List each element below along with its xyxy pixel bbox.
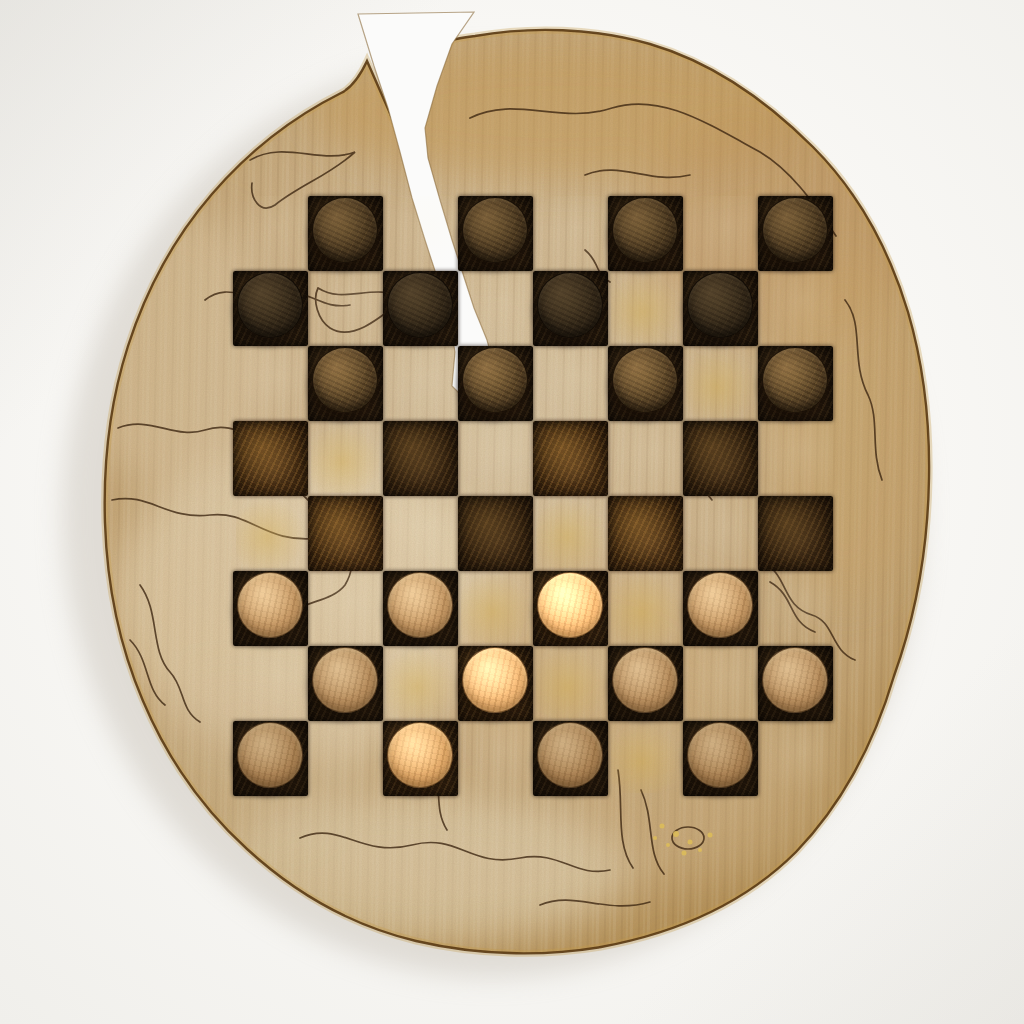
light-checker-piece[interactable]: ⛀ — [237, 572, 303, 638]
dark-checker-piece[interactable]: ⛂ — [762, 347, 828, 413]
square-r6c1[interactable]: ⛀ — [233, 571, 308, 646]
square-r3c4[interactable]: ⛂ — [458, 346, 533, 421]
light-checker-piece[interactable]: ⛀ — [237, 722, 303, 788]
square-r5c3 — [383, 496, 458, 571]
dark-checker-piece[interactable]: ⛂ — [612, 197, 678, 263]
square-r2c1[interactable]: ⛂ — [233, 271, 308, 346]
square-r1c3 — [383, 196, 458, 271]
square-r8c1[interactable]: ⛀ — [233, 721, 308, 796]
light-checker-piece[interactable]: ⛀ — [387, 722, 453, 788]
square-r4c2 — [308, 421, 383, 496]
square-r4c7[interactable] — [683, 421, 758, 496]
light-checker-piece[interactable]: ⛀ — [537, 572, 603, 638]
square-r5c7 — [683, 496, 758, 571]
square-r3c3 — [383, 346, 458, 421]
dark-checker-piece[interactable]: ⛂ — [312, 197, 378, 263]
light-checker-piece[interactable]: ⛀ — [462, 647, 528, 713]
dark-checker-piece[interactable]: ⛂ — [687, 272, 753, 338]
square-r5c4[interactable] — [458, 496, 533, 571]
square-r1c8[interactable]: ⛂ — [758, 196, 833, 271]
square-r5c6[interactable] — [608, 496, 683, 571]
square-r4c6 — [608, 421, 683, 496]
square-r4c8 — [758, 421, 833, 496]
square-r7c8[interactable]: ⛀ — [758, 646, 833, 721]
square-r4c1[interactable] — [233, 421, 308, 496]
square-r1c2[interactable]: ⛂ — [308, 196, 383, 271]
square-r5c5 — [533, 496, 608, 571]
square-r5c1 — [233, 496, 308, 571]
square-r2c3[interactable]: ⛂ — [383, 271, 458, 346]
square-r2c2 — [308, 271, 383, 346]
square-r7c3 — [383, 646, 458, 721]
dark-checker-piece[interactable]: ⛂ — [762, 197, 828, 263]
light-checker-piece[interactable]: ⛀ — [687, 572, 753, 638]
square-r7c1 — [233, 646, 308, 721]
dark-checker-piece[interactable]: ⛂ — [237, 272, 303, 338]
square-r4c3[interactable] — [383, 421, 458, 496]
photo-scene: ⛂⛂⛂⛂⛂⛂⛂⛂⛂⛂⛂⛂⛀⛀⛀⛀⛀⛀⛀⛀⛀⛀⛀⛀ — [0, 0, 1024, 1024]
dark-checker-piece[interactable]: ⛂ — [312, 347, 378, 413]
square-r7c7 — [683, 646, 758, 721]
square-r7c6[interactable]: ⛀ — [608, 646, 683, 721]
light-checker-piece[interactable]: ⛀ — [537, 722, 603, 788]
square-r8c4 — [458, 721, 533, 796]
square-r4c5[interactable] — [533, 421, 608, 496]
square-r3c6[interactable]: ⛂ — [608, 346, 683, 421]
square-r6c6 — [608, 571, 683, 646]
square-r1c4[interactable]: ⛂ — [458, 196, 533, 271]
square-r6c7[interactable]: ⛀ — [683, 571, 758, 646]
light-checker-piece[interactable]: ⛀ — [387, 572, 453, 638]
square-r3c5 — [533, 346, 608, 421]
square-r6c5[interactable]: ⛀ — [533, 571, 608, 646]
square-r8c7[interactable]: ⛀ — [683, 721, 758, 796]
square-r4c4 — [458, 421, 533, 496]
square-r1c7 — [683, 196, 758, 271]
square-r7c5 — [533, 646, 608, 721]
square-r3c2[interactable]: ⛂ — [308, 346, 383, 421]
square-r3c8[interactable]: ⛂ — [758, 346, 833, 421]
square-r8c5[interactable]: ⛀ — [533, 721, 608, 796]
square-r8c6 — [608, 721, 683, 796]
square-r6c4 — [458, 571, 533, 646]
square-r6c2 — [308, 571, 383, 646]
square-r2c7[interactable]: ⛂ — [683, 271, 758, 346]
square-r3c7 — [683, 346, 758, 421]
square-r1c6[interactable]: ⛂ — [608, 196, 683, 271]
square-r2c4 — [458, 271, 533, 346]
light-checker-piece[interactable]: ⛀ — [612, 647, 678, 713]
square-r8c2 — [308, 721, 383, 796]
dark-checker-piece[interactable]: ⛂ — [462, 197, 528, 263]
square-r1c5 — [533, 196, 608, 271]
square-r2c5[interactable]: ⛂ — [533, 271, 608, 346]
dark-checker-piece[interactable]: ⛂ — [537, 272, 603, 338]
square-r5c2[interactable] — [308, 496, 383, 571]
light-checker-piece[interactable]: ⛀ — [312, 647, 378, 713]
dark-checker-piece[interactable]: ⛂ — [462, 347, 528, 413]
square-r8c3[interactable]: ⛀ — [383, 721, 458, 796]
square-r5c8[interactable] — [758, 496, 833, 571]
dark-checker-piece[interactable]: ⛂ — [387, 272, 453, 338]
dark-checker-piece[interactable]: ⛂ — [612, 347, 678, 413]
board: ⛂⛂⛂⛂⛂⛂⛂⛂⛂⛂⛂⛂⛀⛀⛀⛀⛀⛀⛀⛀⛀⛀⛀⛀ — [233, 196, 833, 796]
square-r7c2[interactable]: ⛀ — [308, 646, 383, 721]
square-r3c1 — [233, 346, 308, 421]
square-r2c6 — [608, 271, 683, 346]
square-r2c8 — [758, 271, 833, 346]
square-r6c3[interactable]: ⛀ — [383, 571, 458, 646]
light-checker-piece[interactable]: ⛀ — [687, 722, 753, 788]
square-r1c1 — [233, 196, 308, 271]
square-r7c4[interactable]: ⛀ — [458, 646, 533, 721]
square-r6c8 — [758, 571, 833, 646]
square-r8c8 — [758, 721, 833, 796]
light-checker-piece[interactable]: ⛀ — [762, 647, 828, 713]
